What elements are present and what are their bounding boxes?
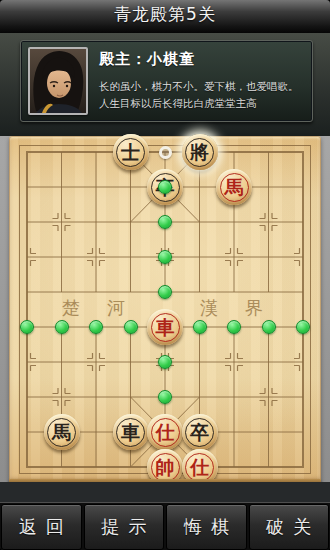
last-move-origin-marker	[159, 146, 172, 159]
opponent-description-line1: 长的虽小，棋力不小。爱下棋，也爱唱歌。	[99, 78, 307, 95]
move-dot[interactable]	[262, 320, 276, 334]
move-dot[interactable]	[124, 320, 138, 334]
opponent-avatar	[28, 47, 88, 115]
move-dot[interactable]	[158, 215, 172, 229]
toolbar: 返回 提示 悔棋 破关	[0, 502, 330, 550]
piece-black-horse[interactable]: 馬	[44, 414, 80, 450]
piece-black-advisor[interactable]: 士	[113, 134, 149, 170]
capture-dot[interactable]	[158, 180, 172, 194]
move-dot[interactable]	[20, 320, 34, 334]
move-dot[interactable]	[158, 390, 172, 404]
opponent-description: 长的虽小，棋力不小。爱下棋，也爱唱歌。 人生目标以后长得比白虎堂堂主高	[99, 78, 307, 112]
move-dot[interactable]	[158, 355, 172, 369]
level-title: 青龙殿第5关	[114, 3, 216, 31]
piece-character: 馬	[216, 169, 252, 205]
app-screen: 青龙殿第5关	[0, 0, 330, 550]
bottom-gap	[0, 482, 330, 502]
piece-character: 將	[182, 134, 218, 170]
hint-button[interactable]: 提示	[84, 504, 165, 550]
move-dot[interactable]	[296, 320, 310, 334]
opponent-name: 殿主：小棋童	[99, 50, 195, 69]
river-label-left: 楚河	[62, 297, 152, 318]
board-section: 楚河 漢界 士將卒馬車馬車仕卒帥仕	[0, 136, 330, 482]
opponent-description-line2: 人生目标以后长得比白虎堂堂主高	[99, 95, 307, 112]
piece-black-soldier[interactable]: 卒	[182, 414, 218, 450]
piece-character: 仕	[182, 449, 218, 485]
piece-character: 馬	[44, 414, 80, 450]
top-bar: 青龙殿第5关	[0, 0, 330, 34]
piece-red-chariot[interactable]: 車	[147, 309, 183, 345]
move-dot[interactable]	[158, 285, 172, 299]
move-dot[interactable]	[227, 320, 241, 334]
opponent-section: 殿主：小棋童 长的虽小，棋力不小。爱下棋，也爱唱歌。 人生目标以后长得比白虎堂堂…	[0, 33, 330, 136]
move-dot[interactable]	[193, 320, 207, 334]
xiangqi-board[interactable]: 楚河 漢界 士將卒馬車馬車仕卒帥仕	[9, 136, 321, 482]
move-dot[interactable]	[158, 250, 172, 264]
river-label-right: 漢界	[200, 297, 290, 318]
piece-character: 帥	[147, 449, 183, 485]
piece-red-advisor[interactable]: 仕	[147, 414, 183, 450]
piece-character: 卒	[182, 414, 218, 450]
avatar-illustration	[30, 49, 86, 113]
move-dot[interactable]	[89, 320, 103, 334]
opponent-panel: 殿主：小棋童 长的虽小，棋力不小。爱下棋，也爱唱歌。 人生目标以后长得比白虎堂堂…	[20, 40, 313, 122]
back-button[interactable]: 返回	[1, 504, 82, 550]
piece-black-general[interactable]: 將	[182, 134, 218, 170]
piece-character: 仕	[147, 414, 183, 450]
undo-button[interactable]: 悔棋	[166, 504, 247, 550]
piece-red-general[interactable]: 帥	[147, 449, 183, 485]
piece-red-advisor[interactable]: 仕	[182, 449, 218, 485]
piece-red-horse[interactable]: 馬	[216, 169, 252, 205]
move-dot[interactable]	[55, 320, 69, 334]
piece-character: 士	[113, 134, 149, 170]
solve-button[interactable]: 破关	[249, 504, 330, 550]
piece-character: 車	[113, 414, 149, 450]
piece-character: 車	[147, 309, 183, 345]
piece-black-chariot[interactable]: 車	[113, 414, 149, 450]
